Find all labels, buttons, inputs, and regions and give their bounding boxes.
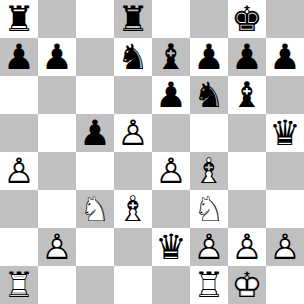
white-pawn: ♟♙ <box>266 228 304 266</box>
square-d7[interactable]: ♞ <box>114 38 152 76</box>
white-bishop: ♝♗ <box>114 190 152 228</box>
square-a6[interactable] <box>0 76 38 114</box>
square-b7[interactable]: ♟ <box>38 38 76 76</box>
white-pawn: ♟♙ <box>152 152 190 190</box>
square-c2[interactable] <box>76 228 114 266</box>
square-e8[interactable] <box>152 0 190 38</box>
black-pawn: ♟ <box>76 114 114 152</box>
square-f5[interactable] <box>190 114 228 152</box>
square-h1[interactable] <box>266 266 304 304</box>
square-f8[interactable] <box>190 0 228 38</box>
black-rook: ♜ <box>114 0 152 38</box>
white-bishop: ♝♗ <box>190 152 228 190</box>
black-bishop: ♝ <box>228 76 266 114</box>
square-g4[interactable] <box>228 152 266 190</box>
square-e6[interactable]: ♟ <box>152 76 190 114</box>
white-pawn: ♟♙ <box>228 228 266 266</box>
square-g2[interactable]: ♟♙ <box>228 228 266 266</box>
black-pawn: ♟ <box>190 38 228 76</box>
square-g6[interactable]: ♝ <box>228 76 266 114</box>
square-b8[interactable] <box>38 0 76 38</box>
square-g8[interactable]: ♚ <box>228 0 266 38</box>
square-f4[interactable]: ♝♗ <box>190 152 228 190</box>
black-rook: ♜ <box>0 0 38 38</box>
white-knight: ♞♘ <box>190 190 228 228</box>
square-e2[interactable]: ♛ <box>152 228 190 266</box>
black-pawn: ♟ <box>152 76 190 114</box>
square-h5[interactable]: ♛ <box>266 114 304 152</box>
white-king: ♚♔ <box>228 266 266 304</box>
square-c7[interactable] <box>76 38 114 76</box>
square-g5[interactable] <box>228 114 266 152</box>
square-h3[interactable] <box>266 190 304 228</box>
square-a3[interactable] <box>0 190 38 228</box>
square-a5[interactable] <box>0 114 38 152</box>
square-h2[interactable]: ♟♙ <box>266 228 304 266</box>
black-queen: ♛ <box>152 228 190 266</box>
black-pawn: ♟ <box>266 38 304 76</box>
square-h7[interactable]: ♟ <box>266 38 304 76</box>
square-d8[interactable]: ♜ <box>114 0 152 38</box>
square-b2[interactable]: ♟♙ <box>38 228 76 266</box>
square-b5[interactable] <box>38 114 76 152</box>
white-rook: ♜♖ <box>190 266 228 304</box>
black-pawn: ♟ <box>228 38 266 76</box>
square-f6[interactable]: ♞ <box>190 76 228 114</box>
black-pawn: ♟ <box>38 38 76 76</box>
square-h6[interactable] <box>266 76 304 114</box>
square-h4[interactable] <box>266 152 304 190</box>
black-queen: ♛ <box>266 114 304 152</box>
square-c1[interactable] <box>76 266 114 304</box>
square-c6[interactable] <box>76 76 114 114</box>
square-d3[interactable]: ♝♗ <box>114 190 152 228</box>
square-d4[interactable] <box>114 152 152 190</box>
black-bishop: ♝ <box>152 38 190 76</box>
square-e1[interactable] <box>152 266 190 304</box>
square-d2[interactable] <box>114 228 152 266</box>
white-rook: ♜♖ <box>0 266 38 304</box>
white-knight: ♞♘ <box>76 190 114 228</box>
square-a8[interactable]: ♜ <box>0 0 38 38</box>
square-e5[interactable] <box>152 114 190 152</box>
white-pawn: ♟♙ <box>190 228 228 266</box>
square-e4[interactable]: ♟♙ <box>152 152 190 190</box>
black-king: ♚ <box>228 0 266 38</box>
white-pawn: ♟♙ <box>38 228 76 266</box>
chess-board: ♜♜♚♟♟♞♝♟♟♟♟♞♝♟♟♙♛♟♙♟♙♝♗♞♘♝♗♞♘♟♙♛♟♙♟♙♟♙♜♖… <box>0 0 304 304</box>
square-a2[interactable] <box>0 228 38 266</box>
square-d1[interactable] <box>114 266 152 304</box>
square-d5[interactable]: ♟♙ <box>114 114 152 152</box>
square-b6[interactable] <box>38 76 76 114</box>
square-c3[interactable]: ♞♘ <box>76 190 114 228</box>
white-pawn: ♟♙ <box>0 152 38 190</box>
black-knight: ♞ <box>114 38 152 76</box>
square-b3[interactable] <box>38 190 76 228</box>
square-a1[interactable]: ♜♖ <box>0 266 38 304</box>
square-g1[interactable]: ♚♔ <box>228 266 266 304</box>
square-b4[interactable] <box>38 152 76 190</box>
square-h8[interactable] <box>266 0 304 38</box>
square-f7[interactable]: ♟ <box>190 38 228 76</box>
square-a4[interactable]: ♟♙ <box>0 152 38 190</box>
white-pawn: ♟♙ <box>114 114 152 152</box>
square-b1[interactable] <box>38 266 76 304</box>
square-d6[interactable] <box>114 76 152 114</box>
square-f2[interactable]: ♟♙ <box>190 228 228 266</box>
black-knight: ♞ <box>190 76 228 114</box>
square-c8[interactable] <box>76 0 114 38</box>
square-e3[interactable] <box>152 190 190 228</box>
square-g7[interactable]: ♟ <box>228 38 266 76</box>
square-a7[interactable]: ♟ <box>0 38 38 76</box>
square-g3[interactable] <box>228 190 266 228</box>
square-c4[interactable] <box>76 152 114 190</box>
square-f3[interactable]: ♞♘ <box>190 190 228 228</box>
square-c5[interactable]: ♟ <box>76 114 114 152</box>
black-pawn: ♟ <box>0 38 38 76</box>
square-e7[interactable]: ♝ <box>152 38 190 76</box>
square-f1[interactable]: ♜♖ <box>190 266 228 304</box>
